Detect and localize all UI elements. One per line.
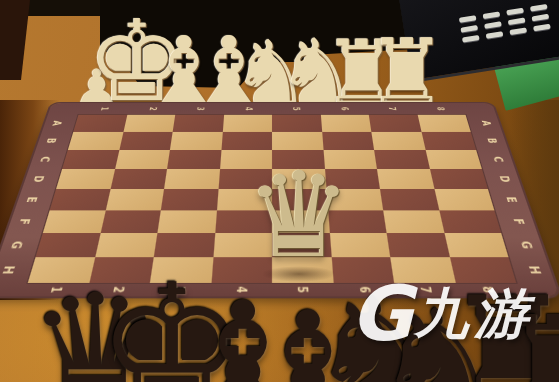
clock-button <box>462 35 480 43</box>
clock-button <box>483 11 501 19</box>
square-f7[interactable] <box>383 210 444 233</box>
clock-button <box>508 18 526 26</box>
square-e7[interactable] <box>380 189 439 210</box>
watermark-text: 九游 <box>414 278 534 351</box>
coordinate-label: D <box>21 173 56 185</box>
square-c7[interactable] <box>374 150 429 169</box>
coordinate-label: F <box>501 215 539 228</box>
coordinate-label: G <box>508 238 547 252</box>
clock-button <box>509 27 527 35</box>
square-c3[interactable] <box>167 150 221 169</box>
square-c2[interactable] <box>115 150 170 169</box>
square-c8[interactable] <box>425 150 482 169</box>
square-d8[interactable] <box>429 169 488 189</box>
coordinate-label: C <box>482 154 516 165</box>
square-d2[interactable] <box>110 169 167 189</box>
clock-button <box>530 4 548 12</box>
square-f3[interactable] <box>157 210 216 233</box>
coordinate-label: B <box>476 136 509 146</box>
square-d1[interactable] <box>56 169 115 189</box>
coordinate-label: A <box>41 118 73 128</box>
clock-button <box>484 21 502 29</box>
clock-button <box>459 15 477 23</box>
square-b1[interactable] <box>68 132 123 150</box>
square-f8[interactable] <box>439 210 501 233</box>
square-d3[interactable] <box>164 169 220 189</box>
square-e8[interactable] <box>434 189 494 210</box>
coordinate-label: H <box>0 263 29 278</box>
background-dark-corner <box>0 0 30 80</box>
clock-button <box>532 14 550 22</box>
coordinate-label: 3 <box>190 95 209 123</box>
square-g7[interactable] <box>387 233 450 257</box>
square-g8[interactable] <box>444 233 509 257</box>
coordinate-label: 5 <box>288 95 305 123</box>
rank-labels-back: 12345678 <box>79 104 465 113</box>
white-queen-on-board[interactable]: ♛ <box>246 156 352 274</box>
coordinate-label: E <box>494 194 530 206</box>
coordinate-label: C <box>28 154 62 165</box>
square-e3[interactable] <box>161 189 218 210</box>
watermark: G 九游 <box>350 278 534 351</box>
chess-clock-buttons <box>459 4 551 43</box>
square-f2[interactable] <box>100 210 161 233</box>
coordinate-label: F <box>6 215 44 228</box>
square-e2[interactable] <box>105 189 164 210</box>
square-b8[interactable] <box>421 132 476 150</box>
square-c1[interactable] <box>62 150 119 169</box>
coordinate-label: 4 <box>239 95 256 123</box>
chess-scene: ♟♚♝♝♞♞♜♜ ABCDEFGH ABCDEFGH 12345678 1234… <box>0 0 559 382</box>
square-f1[interactable] <box>43 210 105 233</box>
square-g1[interactable] <box>36 233 101 257</box>
watermark-logo: G <box>350 280 408 348</box>
clock-button <box>533 24 551 32</box>
coordinate-label: B <box>35 136 68 146</box>
coordinate-label: D <box>488 173 523 185</box>
square-d7[interactable] <box>377 169 434 189</box>
coordinate-label: G <box>0 238 36 252</box>
coordinate-label: A <box>471 118 503 128</box>
square-b3[interactable] <box>170 132 222 150</box>
clock-button <box>486 31 504 39</box>
square-b2[interactable] <box>119 132 173 150</box>
clock-button <box>506 8 524 16</box>
square-b7[interactable] <box>371 132 425 150</box>
clock-button <box>460 25 478 33</box>
coordinate-label: 6 <box>334 95 353 123</box>
coordinate-label: E <box>14 194 50 206</box>
square-e1[interactable] <box>50 189 110 210</box>
